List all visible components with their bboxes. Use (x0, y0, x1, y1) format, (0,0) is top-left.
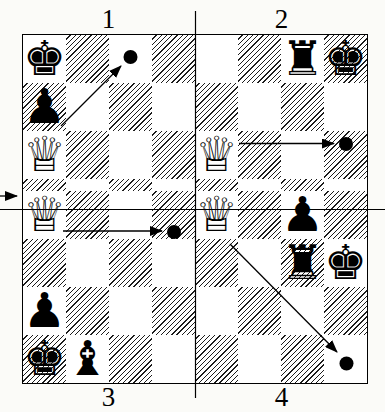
square-r3c3 (152, 179, 195, 191)
square-r6c4 (195, 287, 238, 335)
diagram-label-3: 3 (22, 382, 195, 412)
square-r0c3 (152, 35, 195, 83)
square-r0c1 (66, 35, 109, 83)
square-r5c3 (152, 239, 195, 287)
square-r6c2 (109, 287, 152, 335)
square-r6c1 (66, 287, 109, 335)
square-r2c0: ♕ (23, 131, 66, 179)
black-pawn: ♟ (281, 190, 324, 238)
square-r4c4: ♕ (195, 191, 238, 239)
black-rook: ♜ (281, 34, 324, 82)
square-r1c5 (238, 83, 281, 131)
square-r7c5 (238, 335, 281, 383)
square-r5c6: ♜ (281, 239, 324, 287)
square-r3c5 (238, 179, 281, 191)
black-king: ♚ (324, 238, 367, 286)
square-r0c7: ♚ (324, 35, 367, 83)
square-r7c6 (281, 335, 324, 383)
square-r3c1 (66, 179, 109, 191)
chess-board: ♚♜♚♟♕♕♕♕♟♜♚♟♚♝ (22, 34, 368, 384)
square-r7c1: ♝ (66, 335, 109, 383)
square-r6c7 (324, 287, 367, 335)
square-r7c7 (324, 335, 367, 383)
square-r5c7: ♚ (324, 239, 367, 287)
square-r1c0: ♟ (23, 83, 66, 131)
square-r2c5 (238, 131, 281, 179)
black-pawn: ♟ (23, 286, 66, 334)
square-r6c0: ♟ (23, 287, 66, 335)
white-queen: ♕ (195, 190, 238, 238)
square-r1c1 (66, 83, 109, 131)
square-r5c0 (23, 239, 66, 287)
square-r0c4 (195, 35, 238, 83)
black-king: ♚ (324, 34, 367, 82)
square-r1c6 (281, 83, 324, 131)
square-r0c2 (109, 35, 152, 83)
black-king: ♚ (23, 34, 66, 82)
square-r4c7 (324, 191, 367, 239)
square-r2c6 (281, 131, 324, 179)
diagram-label-4: 4 (195, 382, 368, 412)
white-queen: ♕ (23, 130, 66, 178)
square-r4c5 (238, 191, 281, 239)
square-r3c7 (324, 179, 367, 191)
square-r1c7 (324, 83, 367, 131)
square-r1c4 (195, 83, 238, 131)
black-king: ♚ (23, 334, 66, 382)
square-r7c4 (195, 335, 238, 383)
square-r0c0: ♚ (23, 35, 66, 83)
square-r0c6: ♜ (281, 35, 324, 83)
square-r2c7 (324, 131, 367, 179)
black-pawn: ♟ (23, 82, 66, 130)
square-r4c3 (152, 191, 195, 239)
square-r6c3 (152, 287, 195, 335)
square-r1c3 (152, 83, 195, 131)
square-r0c5 (238, 35, 281, 83)
square-r4c6: ♟ (281, 191, 324, 239)
square-r2c2 (109, 131, 152, 179)
square-r4c1 (66, 191, 109, 239)
square-r4c2 (109, 191, 152, 239)
square-r6c6 (281, 287, 324, 335)
square-r5c4 (195, 239, 238, 287)
square-r4c0: ♕ (23, 191, 66, 239)
square-r2c1 (66, 131, 109, 179)
diagram-page: 1 2 ♚♜♚♟♕♕♕♕♟♜♚♟♚♝ 3 4 (0, 0, 385, 412)
square-r7c0: ♚ (23, 335, 66, 383)
black-bishop: ♝ (66, 334, 109, 382)
black-rook: ♜ (281, 238, 324, 286)
square-r3c2 (109, 179, 152, 191)
square-r7c2 (109, 335, 152, 383)
square-r2c3 (152, 131, 195, 179)
square-r6c5 (238, 287, 281, 335)
white-queen: ♕ (195, 130, 238, 178)
square-r1c2 (109, 83, 152, 131)
square-r5c2 (109, 239, 152, 287)
square-r7c3 (152, 335, 195, 383)
white-queen: ♕ (23, 190, 66, 238)
square-r5c5 (238, 239, 281, 287)
square-r5c1 (66, 239, 109, 287)
square-r2c4: ♕ (195, 131, 238, 179)
